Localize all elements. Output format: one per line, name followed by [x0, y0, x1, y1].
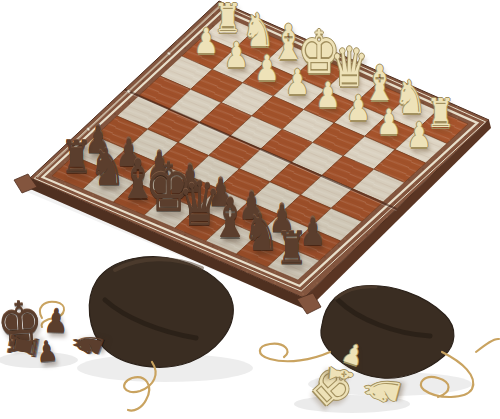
loose-pieces-right-shadow [294, 395, 410, 413]
drawstring-right-a [260, 344, 330, 361]
pouch-left [89, 257, 233, 368]
product-photo-scene: ♜♞♝♚♛♝♞♜♟♟♟♟♟♟♟♟♟♟♟♟♟♟♟♟♜♞♝♚♛♝♞♜♚♜♟♟♞♚♝♞… [0, 0, 500, 419]
drawstring-left-loop [40, 302, 64, 327]
pouches-and-props [0, 0, 500, 419]
loose-pieces-left-shadow [0, 352, 78, 368]
drawstring-right-stub [476, 339, 499, 352]
